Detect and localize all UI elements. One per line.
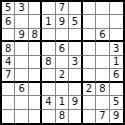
sudoku-cell-given: 9 xyxy=(56,15,69,28)
sudoku-cell-empty[interactable] xyxy=(83,15,96,28)
sudoku-cell-empty[interactable] xyxy=(69,29,82,42)
sudoku-cell-given: 7 xyxy=(56,2,69,15)
sudoku-cell-empty[interactable] xyxy=(110,2,123,15)
sudoku-cell-empty[interactable] xyxy=(110,29,123,42)
sudoku-cell-given: 4 xyxy=(42,96,55,109)
sudoku-cell-empty[interactable] xyxy=(29,83,42,96)
sudoku-cell-given: 6 xyxy=(96,29,109,42)
sudoku-cell-given: 8 xyxy=(96,83,109,96)
sudoku-cell-given: 8 xyxy=(29,29,42,42)
sudoku-cell-empty[interactable] xyxy=(96,15,109,28)
sudoku-cell-empty[interactable] xyxy=(96,2,109,15)
sudoku-cell-empty[interactable] xyxy=(42,110,55,123)
sudoku-cell-empty[interactable] xyxy=(29,96,42,109)
sudoku-cell-given: 1 xyxy=(42,15,55,28)
sudoku-cell-empty[interactable] xyxy=(42,42,55,55)
sudoku-cell-empty[interactable] xyxy=(83,69,96,82)
sudoku-cell-given: 9 xyxy=(15,29,28,42)
sudoku-cell-given: 6 xyxy=(56,42,69,55)
sudoku-cell-empty[interactable] xyxy=(2,110,15,123)
sudoku-cell-empty[interactable] xyxy=(83,42,96,55)
sudoku-cell-empty[interactable] xyxy=(2,29,15,42)
sudoku-cell-given: 5 xyxy=(2,2,15,15)
sudoku-cell-given: 4 xyxy=(2,56,15,69)
sudoku-cell-given: 3 xyxy=(69,56,82,69)
sudoku-cell-given: 8 xyxy=(56,110,69,123)
sudoku-cell-empty[interactable] xyxy=(96,69,109,82)
sudoku-cell-given: 7 xyxy=(2,69,15,82)
sudoku-cell-empty[interactable] xyxy=(83,96,96,109)
sudoku-cell-empty[interactable] xyxy=(29,2,42,15)
sudoku-cell-empty[interactable] xyxy=(56,83,69,96)
sudoku-cell-empty[interactable] xyxy=(83,2,96,15)
sudoku-cell-given: 1 xyxy=(56,96,69,109)
sudoku-cell-empty[interactable] xyxy=(2,96,15,109)
sudoku-board: 537619598686348317266284195879 xyxy=(0,0,125,125)
sudoku-cell-given: 8 xyxy=(42,56,55,69)
sudoku-cell-empty[interactable] xyxy=(15,56,28,69)
sudoku-cell-empty[interactable] xyxy=(15,69,28,82)
sudoku-cell-given: 6 xyxy=(15,83,28,96)
sudoku-cell-given: 8 xyxy=(2,42,15,55)
sudoku-cell-given: 9 xyxy=(110,110,123,123)
sudoku-cell-empty[interactable] xyxy=(110,83,123,96)
sudoku-cell-given: 5 xyxy=(69,15,82,28)
sudoku-cell-empty[interactable] xyxy=(29,15,42,28)
sudoku-cell-empty[interactable] xyxy=(96,42,109,55)
sudoku-cell-given: 3 xyxy=(110,42,123,55)
sudoku-cell-empty[interactable] xyxy=(96,96,109,109)
sudoku-cell-given: 5 xyxy=(110,96,123,109)
sudoku-cell-empty[interactable] xyxy=(69,42,82,55)
sudoku-cell-empty[interactable] xyxy=(42,83,55,96)
sudoku-cell-empty[interactable] xyxy=(2,83,15,96)
sudoku-cell-empty[interactable] xyxy=(83,29,96,42)
sudoku-cell-empty[interactable] xyxy=(15,42,28,55)
sudoku-cell-empty[interactable] xyxy=(42,69,55,82)
sudoku-cell-empty[interactable] xyxy=(69,83,82,96)
sudoku-cell-empty[interactable] xyxy=(29,42,42,55)
sudoku-cell-empty[interactable] xyxy=(69,69,82,82)
sudoku-cell-given: 2 xyxy=(83,83,96,96)
sudoku-cell-empty[interactable] xyxy=(15,110,28,123)
sudoku-cell-given: 3 xyxy=(15,2,28,15)
sudoku-cell-empty[interactable] xyxy=(110,15,123,28)
sudoku-cell-empty[interactable] xyxy=(56,29,69,42)
sudoku-cell-given: 6 xyxy=(2,15,15,28)
sudoku-cell-given: 6 xyxy=(110,69,123,82)
sudoku-cell-empty[interactable] xyxy=(29,69,42,82)
sudoku-cell-empty[interactable] xyxy=(69,110,82,123)
sudoku-cell-empty[interactable] xyxy=(42,2,55,15)
sudoku-cell-empty[interactable] xyxy=(83,110,96,123)
sudoku-cell-given: 1 xyxy=(110,56,123,69)
sudoku-cell-given: 7 xyxy=(96,110,109,123)
sudoku-cell-empty[interactable] xyxy=(69,2,82,15)
sudoku-cell-empty[interactable] xyxy=(56,56,69,69)
sudoku-cell-empty[interactable] xyxy=(29,110,42,123)
sudoku-cell-given: 2 xyxy=(56,69,69,82)
sudoku-cell-empty[interactable] xyxy=(15,96,28,109)
sudoku-cell-empty[interactable] xyxy=(96,56,109,69)
sudoku-cell-empty[interactable] xyxy=(83,56,96,69)
sudoku-cell-empty[interactable] xyxy=(42,29,55,42)
sudoku-cell-given: 9 xyxy=(69,96,82,109)
sudoku-cell-empty[interactable] xyxy=(15,15,28,28)
sudoku-cell-empty[interactable] xyxy=(29,56,42,69)
